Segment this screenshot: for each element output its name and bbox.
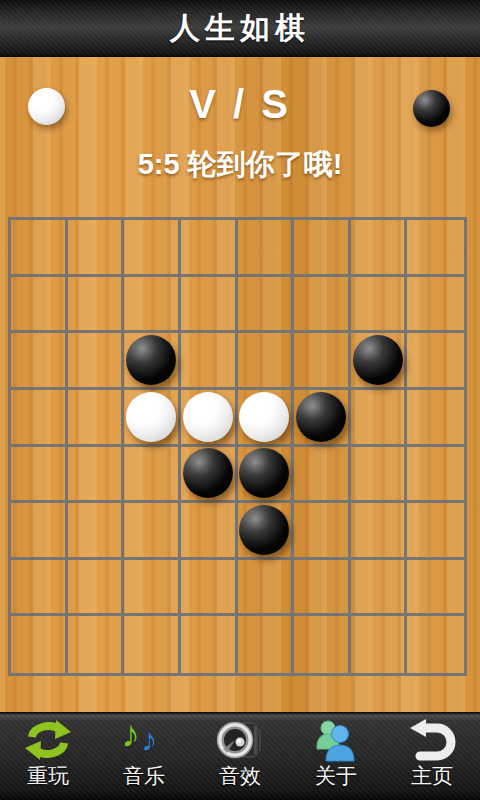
- home-icon: [407, 717, 457, 763]
- board-cell[interactable]: [124, 277, 181, 334]
- bottom-toolbar: 重玩 ♪ ♪ 音乐: [0, 712, 480, 800]
- board-cell[interactable]: [351, 333, 408, 390]
- board-cell[interactable]: [11, 333, 68, 390]
- black-stone: [239, 505, 289, 555]
- board-cell[interactable]: [407, 616, 464, 673]
- white-stone: [126, 392, 176, 442]
- board-cell[interactable]: [407, 390, 464, 447]
- board-cell[interactable]: [68, 560, 125, 617]
- board-cell[interactable]: [238, 220, 295, 277]
- board-cell[interactable]: [294, 447, 351, 504]
- board-cell[interactable]: [181, 616, 238, 673]
- board-cell[interactable]: [11, 503, 68, 560]
- board-cell[interactable]: [11, 390, 68, 447]
- board-cell[interactable]: [11, 560, 68, 617]
- board-cell[interactable]: [294, 616, 351, 673]
- replay-label: 重玩: [27, 763, 69, 789]
- black-stone: [183, 448, 233, 498]
- board-cell[interactable]: [351, 447, 408, 504]
- replay-icon: [23, 717, 73, 763]
- board-cell[interactable]: [351, 390, 408, 447]
- speaker-icon: [215, 717, 265, 763]
- game-area: V / S 5:5 轮到你了哦!: [0, 57, 480, 712]
- board-cell[interactable]: [407, 277, 464, 334]
- board-cell[interactable]: [11, 616, 68, 673]
- app-screen: 人生如棋 V / S 5:5 轮到你了哦! 重玩 ♪ ♪: [0, 0, 480, 800]
- music-note-blue: ♪: [141, 721, 158, 759]
- board-cell[interactable]: [351, 616, 408, 673]
- board-cell[interactable]: [68, 616, 125, 673]
- board-cell[interactable]: [238, 333, 295, 390]
- about-icon: [311, 717, 361, 763]
- board-cell[interactable]: [181, 220, 238, 277]
- title-bar: 人生如棋: [0, 0, 480, 57]
- board-cell[interactable]: [181, 447, 238, 504]
- board-cell[interactable]: [181, 333, 238, 390]
- board-cell[interactable]: [68, 220, 125, 277]
- about-label: 关于: [315, 763, 357, 789]
- board-cell[interactable]: [294, 277, 351, 334]
- home-label: 主页: [411, 763, 453, 789]
- board-cell[interactable]: [68, 447, 125, 504]
- sound-effect-label: 音效: [219, 763, 261, 789]
- board-cell[interactable]: [294, 503, 351, 560]
- music-button[interactable]: ♪ ♪ 音乐: [96, 712, 192, 800]
- board-cell[interactable]: [238, 447, 295, 504]
- board-cell[interactable]: [238, 560, 295, 617]
- board-cell[interactable]: [407, 220, 464, 277]
- board-cell[interactable]: [124, 560, 181, 617]
- board-cell[interactable]: [181, 390, 238, 447]
- board-cell[interactable]: [68, 503, 125, 560]
- turn-status-text: 5:5 轮到你了哦!: [0, 145, 480, 185]
- board-cell[interactable]: [294, 390, 351, 447]
- board-cell[interactable]: [11, 220, 68, 277]
- board-cell[interactable]: [11, 447, 68, 504]
- board-cell[interactable]: [238, 503, 295, 560]
- board-cell[interactable]: [181, 560, 238, 617]
- board-cell[interactable]: [124, 503, 181, 560]
- board-cell[interactable]: [238, 277, 295, 334]
- board-cell[interactable]: [407, 447, 464, 504]
- home-button[interactable]: 主页: [384, 712, 480, 800]
- board-cell[interactable]: [407, 333, 464, 390]
- versus-label: V / S: [0, 82, 480, 127]
- music-label: 音乐: [123, 763, 165, 789]
- black-stone: [239, 448, 289, 498]
- board-cell[interactable]: [124, 447, 181, 504]
- board-cell[interactable]: [294, 560, 351, 617]
- board-cell[interactable]: [238, 616, 295, 673]
- board-cell[interactable]: [351, 220, 408, 277]
- black-stone: [353, 335, 403, 385]
- board-cell[interactable]: [68, 277, 125, 334]
- black-stone: [126, 335, 176, 385]
- app-title: 人生如棋: [170, 8, 310, 49]
- board-cell[interactable]: [124, 220, 181, 277]
- board-cell[interactable]: [351, 560, 408, 617]
- board-cell[interactable]: [351, 503, 408, 560]
- board-cell[interactable]: [407, 560, 464, 617]
- board-cell[interactable]: [407, 503, 464, 560]
- board-cell[interactable]: [351, 277, 408, 334]
- board-cell[interactable]: [181, 277, 238, 334]
- board: [8, 217, 467, 676]
- board-cell[interactable]: [124, 390, 181, 447]
- white-stone: [183, 392, 233, 442]
- music-icon: ♪ ♪: [119, 717, 169, 763]
- board-cell[interactable]: [124, 333, 181, 390]
- board-cell[interactable]: [294, 333, 351, 390]
- board-cell[interactable]: [68, 390, 125, 447]
- music-note-green: ♪: [121, 713, 140, 756]
- white-stone: [239, 392, 289, 442]
- board-cell[interactable]: [294, 220, 351, 277]
- replay-button[interactable]: 重玩: [0, 712, 96, 800]
- board-cell[interactable]: [238, 390, 295, 447]
- black-stone: [296, 392, 346, 442]
- sound-effect-button[interactable]: 音效: [192, 712, 288, 800]
- board-cell[interactable]: [68, 333, 125, 390]
- board-cell[interactable]: [124, 616, 181, 673]
- board-cell[interactable]: [181, 503, 238, 560]
- board-cell[interactable]: [11, 277, 68, 334]
- about-button[interactable]: 关于: [288, 712, 384, 800]
